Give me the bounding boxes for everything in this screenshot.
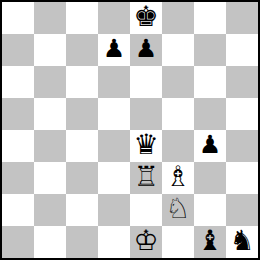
square-b4[interactable] (34, 130, 66, 162)
square-a8[interactable] (2, 2, 34, 34)
white-knight-icon: ♘ (165, 194, 190, 225)
square-b8[interactable] (34, 2, 66, 34)
square-c5[interactable] (66, 98, 98, 130)
black-king-icon: ♚ (133, 2, 158, 33)
square-e3[interactable]: ♖ (130, 162, 162, 194)
square-b1[interactable] (34, 226, 66, 258)
square-c6[interactable] (66, 66, 98, 98)
square-e6[interactable] (130, 66, 162, 98)
square-b3[interactable] (34, 162, 66, 194)
square-a6[interactable] (2, 66, 34, 98)
square-d1[interactable] (98, 226, 130, 258)
square-a5[interactable] (2, 98, 34, 130)
square-c8[interactable] (66, 2, 98, 34)
black-pawn-icon: ♟ (199, 130, 221, 161)
square-e4[interactable]: ♛ (130, 130, 162, 162)
square-h2[interactable] (226, 194, 258, 226)
square-a1[interactable] (2, 226, 34, 258)
square-d7[interactable]: ♟ (98, 34, 130, 66)
square-h1[interactable]: ♞ (226, 226, 258, 258)
square-e8[interactable]: ♚ (130, 2, 162, 34)
square-d5[interactable] (98, 98, 130, 130)
square-f3[interactable]: ♗ (162, 162, 194, 194)
black-bishop-icon: ♝ (197, 226, 222, 257)
black-queen-icon: ♛ (133, 130, 158, 161)
square-g5[interactable] (194, 98, 226, 130)
square-d3[interactable] (98, 162, 130, 194)
chess-diagram: ♚♟♟♛♟♖♗♘♔♝♞ (0, 0, 260, 260)
square-f2[interactable]: ♘ (162, 194, 194, 226)
square-b5[interactable] (34, 98, 66, 130)
square-c3[interactable] (66, 162, 98, 194)
square-f4[interactable] (162, 130, 194, 162)
square-f5[interactable] (162, 98, 194, 130)
black-pawn-icon: ♟ (135, 34, 157, 65)
square-d6[interactable] (98, 66, 130, 98)
square-a4[interactable] (2, 130, 34, 162)
square-b7[interactable] (34, 34, 66, 66)
square-e5[interactable] (130, 98, 162, 130)
square-d4[interactable] (98, 130, 130, 162)
square-h5[interactable] (226, 98, 258, 130)
square-e7[interactable]: ♟ (130, 34, 162, 66)
chess-board: ♚♟♟♛♟♖♗♘♔♝♞ (2, 2, 258, 258)
square-g1[interactable]: ♝ (194, 226, 226, 258)
square-c2[interactable] (66, 194, 98, 226)
square-c7[interactable] (66, 34, 98, 66)
square-g8[interactable] (194, 2, 226, 34)
square-b2[interactable] (34, 194, 66, 226)
square-f6[interactable] (162, 66, 194, 98)
white-bishop-icon: ♗ (165, 162, 190, 193)
square-g7[interactable] (194, 34, 226, 66)
square-b6[interactable] (34, 66, 66, 98)
square-e2[interactable] (130, 194, 162, 226)
square-a7[interactable] (2, 34, 34, 66)
square-g3[interactable] (194, 162, 226, 194)
square-c1[interactable] (66, 226, 98, 258)
square-f1[interactable] (162, 226, 194, 258)
black-pawn-icon: ♟ (103, 34, 125, 65)
square-h3[interactable] (226, 162, 258, 194)
square-g2[interactable] (194, 194, 226, 226)
white-king-icon: ♔ (133, 226, 158, 257)
white-rook-icon: ♖ (133, 162, 158, 193)
black-knight-icon: ♞ (229, 226, 254, 257)
square-f8[interactable] (162, 2, 194, 34)
square-h6[interactable] (226, 66, 258, 98)
square-h7[interactable] (226, 34, 258, 66)
square-e1[interactable]: ♔ (130, 226, 162, 258)
square-h4[interactable] (226, 130, 258, 162)
square-d2[interactable] (98, 194, 130, 226)
square-a2[interactable] (2, 194, 34, 226)
square-c4[interactable] (66, 130, 98, 162)
square-a3[interactable] (2, 162, 34, 194)
square-h8[interactable] (226, 2, 258, 34)
square-g6[interactable] (194, 66, 226, 98)
square-g4[interactable]: ♟ (194, 130, 226, 162)
square-d8[interactable] (98, 2, 130, 34)
square-f7[interactable] (162, 34, 194, 66)
